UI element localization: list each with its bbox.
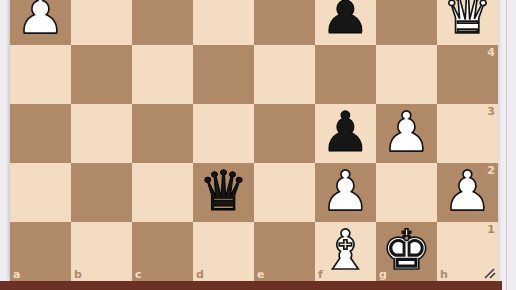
square-c5[interactable] — [132, 0, 193, 45]
square-f3[interactable]: ♟ — [315, 104, 376, 163]
square-a2[interactable] — [10, 163, 71, 222]
file-label-g: g — [379, 269, 387, 280]
resize-grip-icon[interactable] — [483, 267, 497, 279]
white-queen[interactable]: ♛ — [443, 0, 492, 42]
file-label-f: f — [318, 269, 323, 280]
file-label-a: a — [13, 269, 20, 280]
square-g4[interactable] — [376, 45, 437, 104]
square-e1[interactable]: e — [254, 222, 315, 281]
square-b3[interactable] — [71, 104, 132, 163]
white-bishop[interactable]: ♝ — [321, 223, 370, 278]
square-c4[interactable] — [132, 45, 193, 104]
chess-board[interactable]: ♟♟♛4♟♟3♛♟♟2abcde♝f♚gh1 — [10, 0, 498, 281]
black-queen[interactable]: ♛ — [199, 164, 248, 219]
square-c3[interactable] — [132, 104, 193, 163]
right-gutter — [498, 0, 516, 290]
square-e2[interactable] — [254, 163, 315, 222]
file-label-c: c — [135, 269, 142, 280]
file-label-d: d — [196, 269, 204, 280]
file-label-h: h — [440, 269, 448, 280]
square-a5[interactable]: ♟ — [10, 0, 71, 45]
white-king[interactable]: ♚ — [382, 223, 431, 278]
square-g3[interactable]: ♟ — [376, 104, 437, 163]
square-b2[interactable] — [71, 163, 132, 222]
rank-label-2: 2 — [487, 165, 495, 176]
square-a4[interactable] — [10, 45, 71, 104]
square-d2[interactable]: ♛ — [193, 163, 254, 222]
square-g2[interactable] — [376, 163, 437, 222]
square-d4[interactable] — [193, 45, 254, 104]
white-pawn[interactable]: ♟ — [321, 164, 370, 219]
square-f4[interactable] — [315, 45, 376, 104]
rank-label-4: 4 — [487, 47, 495, 58]
white-pawn[interactable]: ♟ — [16, 0, 65, 42]
square-f1[interactable]: ♝f — [315, 222, 376, 281]
square-d5[interactable] — [193, 0, 254, 45]
square-g1[interactable]: ♚g — [376, 222, 437, 281]
square-b1[interactable]: b — [71, 222, 132, 281]
square-a3[interactable] — [10, 104, 71, 163]
square-d3[interactable] — [193, 104, 254, 163]
square-g5[interactable] — [376, 0, 437, 45]
file-label-b: b — [74, 269, 82, 280]
square-b5[interactable] — [71, 0, 132, 45]
square-h5[interactable]: ♛ — [437, 0, 498, 45]
panel-divider — [506, 0, 507, 290]
square-c1[interactable]: c — [132, 222, 193, 281]
black-pawn[interactable]: ♟ — [321, 0, 370, 42]
square-c2[interactable] — [132, 163, 193, 222]
bottom-bar — [0, 281, 502, 290]
rank-label-3: 3 — [487, 106, 495, 117]
square-e5[interactable] — [254, 0, 315, 45]
file-label-e: e — [257, 269, 264, 280]
square-h2[interactable]: ♟2 — [437, 163, 498, 222]
app-window: ♟♟♛4♟♟3♛♟♟2abcde♝f♚gh1 — [0, 0, 516, 290]
square-f5[interactable]: ♟ — [315, 0, 376, 45]
square-b4[interactable] — [71, 45, 132, 104]
white-pawn[interactable]: ♟ — [443, 164, 492, 219]
square-h3[interactable]: 3 — [437, 104, 498, 163]
square-f2[interactable]: ♟ — [315, 163, 376, 222]
square-a1[interactable]: a — [10, 222, 71, 281]
square-h4[interactable]: 4 — [437, 45, 498, 104]
rank-label-1: 1 — [487, 224, 495, 235]
white-pawn[interactable]: ♟ — [382, 105, 431, 160]
square-e3[interactable] — [254, 104, 315, 163]
square-e4[interactable] — [254, 45, 315, 104]
square-d1[interactable]: d — [193, 222, 254, 281]
black-pawn[interactable]: ♟ — [321, 105, 370, 160]
square-h1[interactable]: h1 — [437, 222, 498, 281]
